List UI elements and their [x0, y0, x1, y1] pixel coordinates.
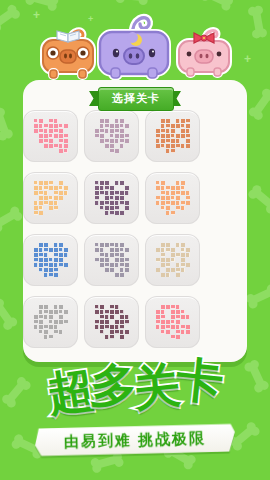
bone-icon: [29, 0, 54, 7]
select-level-banner-label: 选择关卡: [98, 87, 174, 111]
maze-thumbnail: [95, 305, 129, 339]
maze-thumbnail: [156, 181, 190, 215]
bone-icon: [94, 455, 119, 469]
book-icon: [57, 31, 79, 42]
maze-thumbnail: [95, 243, 129, 277]
level-card-2[interactable]: [84, 110, 139, 162]
level-card-4[interactable]: [23, 172, 78, 224]
bone-icon: [0, 111, 10, 136]
level-card-12[interactable]: [145, 296, 200, 348]
red-bow-icon: [194, 33, 214, 43]
pink-pig-with-bow-character: [176, 26, 232, 78]
bone-icon: [252, 188, 270, 210]
level-card-9[interactable]: [145, 234, 200, 286]
bone-icon: [252, 9, 264, 34]
level-card-3[interactable]: [145, 110, 200, 162]
select-level-banner: 选择关卡: [0, 87, 270, 111]
level-card-10[interactable]: [23, 296, 78, 348]
sparkle-icon: +: [33, 8, 40, 22]
bone-icon: [0, 8, 16, 28]
maze-thumbnail: [34, 305, 68, 339]
level-card-1[interactable]: [23, 110, 78, 162]
bone-icon: [249, 287, 270, 304]
maze-thumbnail: [156, 243, 190, 277]
maze-thumbnail: [156, 305, 190, 339]
level-card-6[interactable]: [145, 172, 200, 224]
sparkle-icon: +: [244, 52, 251, 66]
level-card-11[interactable]: [84, 296, 139, 348]
bone-icon: [204, 0, 229, 7]
purple-pig-with-moon-character: [97, 10, 171, 82]
level-card-8[interactable]: [84, 234, 139, 286]
bone-icon: [0, 210, 18, 229]
sparkle-icon: +: [88, 14, 93, 24]
level-grid: [23, 110, 200, 348]
maze-thumbnail: [34, 119, 68, 153]
maze-thumbnail: [156, 119, 190, 153]
maze-thumbnail: [34, 243, 68, 277]
level-select-screen: + + +: [0, 0, 270, 480]
subtitle-ribbon: 由易到难 挑战极限: [35, 423, 236, 456]
bone-icon: [232, 425, 256, 447]
bone-icon: [0, 302, 14, 326]
page-title: 超多关卡: [0, 351, 270, 424]
bone-icon: [120, 0, 145, 1]
maze-thumbnail: [95, 181, 129, 215]
maze-thumbnail: [95, 119, 129, 153]
orange-pig-with-book-character: [40, 25, 96, 81]
subtitle-text: 由易到难 挑战极限: [64, 429, 207, 452]
level-card-7[interactable]: [23, 234, 78, 286]
maze-thumbnail: [34, 181, 68, 215]
level-card-5[interactable]: [84, 172, 139, 224]
